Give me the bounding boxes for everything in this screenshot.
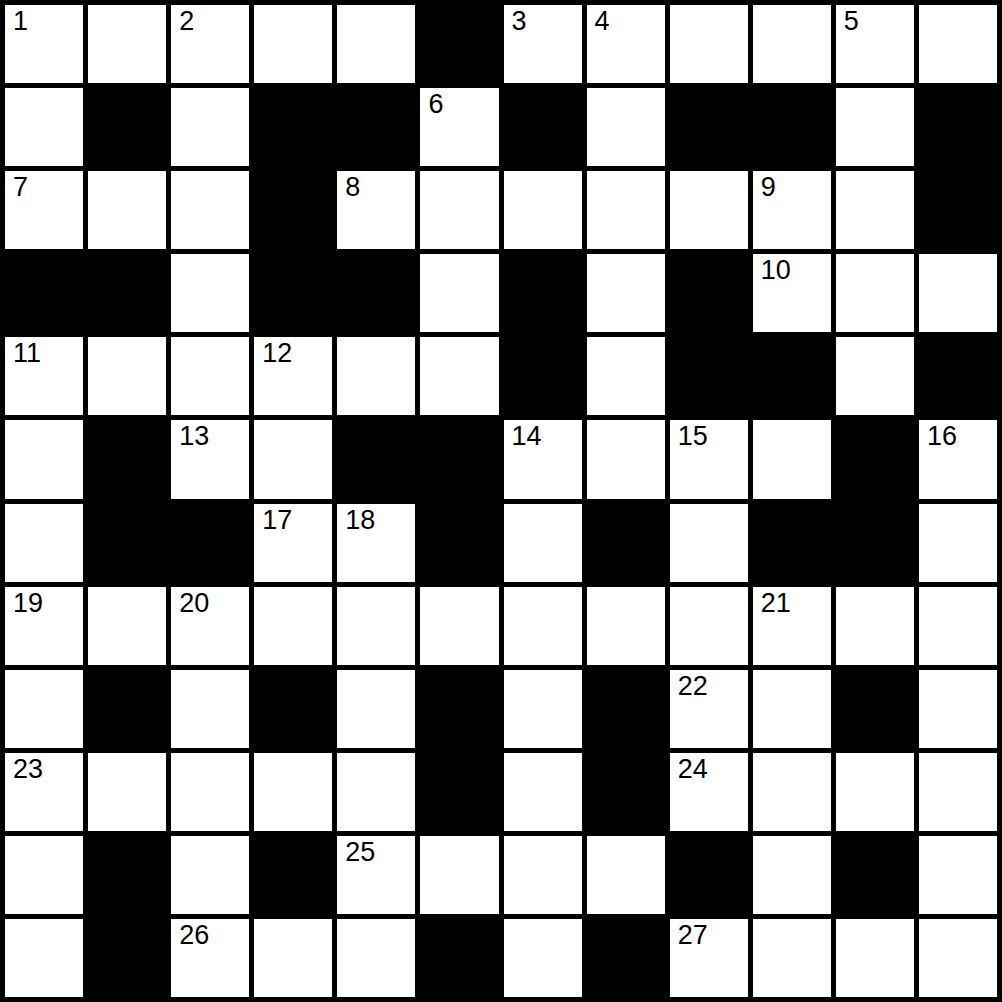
open-cell-r7c2[interactable]: 20 xyxy=(171,587,249,665)
open-cell-r7c10[interactable] xyxy=(836,587,914,665)
open-cell-r6c11[interactable] xyxy=(919,504,997,582)
blocked-cell-r1c9 xyxy=(753,88,831,166)
clue-number-17: 17 xyxy=(262,506,292,536)
open-cell-r10c5[interactable] xyxy=(420,836,498,914)
open-cell-r3c5[interactable] xyxy=(420,254,498,332)
clue-number-12: 12 xyxy=(262,339,292,369)
blocked-cell-r8c1 xyxy=(88,670,166,748)
open-cell-r4c1[interactable] xyxy=(88,337,166,415)
blocked-cell-r8c3 xyxy=(254,670,332,748)
open-cell-r10c4[interactable]: 25 xyxy=(337,836,415,914)
open-cell-r1c5[interactable]: 6 xyxy=(420,88,498,166)
open-cell-r5c7[interactable] xyxy=(587,420,665,498)
clue-number-24: 24 xyxy=(678,755,708,785)
open-cell-r7c8[interactable] xyxy=(670,587,748,665)
open-cell-r2c4[interactable]: 8 xyxy=(337,171,415,249)
blocked-cell-r8c5 xyxy=(420,670,498,748)
blocked-cell-r1c4 xyxy=(337,88,415,166)
clue-number-22: 22 xyxy=(678,672,708,702)
open-cell-r2c8[interactable] xyxy=(670,171,748,249)
open-cell-r1c0[interactable] xyxy=(5,88,83,166)
open-cell-r3c7[interactable] xyxy=(587,254,665,332)
blocked-cell-r0c5 xyxy=(420,5,498,83)
blocked-cell-r1c6 xyxy=(504,88,582,166)
open-cell-r5c8[interactable]: 15 xyxy=(670,420,748,498)
open-cell-r3c10[interactable] xyxy=(836,254,914,332)
clue-number-5: 5 xyxy=(844,7,859,37)
open-cell-r2c7[interactable] xyxy=(587,171,665,249)
blocked-cell-r3c8 xyxy=(670,254,748,332)
open-cell-r11c11[interactable] xyxy=(919,919,997,997)
open-cell-r9c8[interactable]: 24 xyxy=(670,753,748,831)
open-cell-r4c5[interactable] xyxy=(420,337,498,415)
blocked-cell-r2c3 xyxy=(254,171,332,249)
blocked-cell-r6c7 xyxy=(587,504,665,582)
open-cell-r7c9[interactable]: 21 xyxy=(753,587,831,665)
clue-number-9: 9 xyxy=(761,173,776,203)
blocked-cell-r3c0 xyxy=(5,254,83,332)
open-cell-r0c9[interactable] xyxy=(753,5,831,83)
blocked-cell-r9c7 xyxy=(587,753,665,831)
open-cell-r1c10[interactable] xyxy=(836,88,914,166)
blocked-cell-r3c6 xyxy=(504,254,582,332)
open-cell-r2c9[interactable]: 9 xyxy=(753,171,831,249)
open-cell-r2c10[interactable] xyxy=(836,171,914,249)
crossword-grid: 1234567891011121314151617181920212223242… xyxy=(0,0,1002,1002)
open-cell-r9c11[interactable] xyxy=(919,753,997,831)
open-cell-r5c11[interactable]: 16 xyxy=(919,420,997,498)
open-cell-r9c3[interactable] xyxy=(254,753,332,831)
open-cell-r2c5[interactable] xyxy=(420,171,498,249)
blocked-cell-r5c5 xyxy=(420,420,498,498)
blocked-cell-r5c10 xyxy=(836,420,914,498)
blocked-cell-r6c5 xyxy=(420,504,498,582)
open-cell-r0c7[interactable]: 4 xyxy=(587,5,665,83)
open-cell-r5c2[interactable]: 13 xyxy=(171,420,249,498)
open-cell-r7c0[interactable]: 19 xyxy=(5,587,83,665)
open-cell-r7c7[interactable] xyxy=(587,587,665,665)
open-cell-r7c11[interactable] xyxy=(919,587,997,665)
blocked-cell-r1c8 xyxy=(670,88,748,166)
open-cell-r8c8[interactable]: 22 xyxy=(670,670,748,748)
open-cell-r11c8[interactable]: 27 xyxy=(670,919,748,997)
open-cell-r11c10[interactable] xyxy=(836,919,914,997)
clue-number-14: 14 xyxy=(512,422,542,452)
open-cell-r0c2[interactable]: 2 xyxy=(171,5,249,83)
open-cell-r2c1[interactable] xyxy=(88,171,166,249)
open-cell-r0c10[interactable]: 5 xyxy=(836,5,914,83)
open-cell-r7c5[interactable] xyxy=(420,587,498,665)
open-cell-r6c0[interactable] xyxy=(5,504,83,582)
open-cell-r6c3[interactable]: 17 xyxy=(254,504,332,582)
blocked-cell-r10c10 xyxy=(836,836,914,914)
clue-number-27: 27 xyxy=(678,921,708,951)
open-cell-r3c9[interactable]: 10 xyxy=(753,254,831,332)
open-cell-r4c3[interactable]: 12 xyxy=(254,337,332,415)
open-cell-r11c6[interactable] xyxy=(504,919,582,997)
blocked-cell-r6c2 xyxy=(171,504,249,582)
open-cell-r0c8[interactable] xyxy=(670,5,748,83)
open-cell-r11c4[interactable] xyxy=(337,919,415,997)
open-cell-r4c2[interactable] xyxy=(171,337,249,415)
blocked-cell-r11c5 xyxy=(420,919,498,997)
open-cell-r10c2[interactable] xyxy=(171,836,249,914)
open-cell-r7c4[interactable] xyxy=(337,587,415,665)
blocked-cell-r9c5 xyxy=(420,753,498,831)
open-cell-r10c11[interactable] xyxy=(919,836,997,914)
clue-number-19: 19 xyxy=(13,589,43,619)
clue-number-13: 13 xyxy=(179,422,209,452)
open-cell-r9c1[interactable] xyxy=(88,753,166,831)
open-cell-r7c6[interactable] xyxy=(504,587,582,665)
open-cell-r6c4[interactable]: 18 xyxy=(337,504,415,582)
blocked-cell-r11c7 xyxy=(587,919,665,997)
open-cell-r8c6[interactable] xyxy=(504,670,582,748)
open-cell-r5c6[interactable]: 14 xyxy=(504,420,582,498)
blocked-cell-r10c8 xyxy=(670,836,748,914)
open-cell-r0c4[interactable] xyxy=(337,5,415,83)
clue-number-21: 21 xyxy=(761,589,791,619)
blocked-cell-r1c3 xyxy=(254,88,332,166)
open-cell-r5c0[interactable] xyxy=(5,420,83,498)
open-cell-r8c4[interactable] xyxy=(337,670,415,748)
clue-number-20: 20 xyxy=(179,589,209,619)
open-cell-r2c0[interactable]: 7 xyxy=(5,171,83,249)
open-cell-r10c0[interactable] xyxy=(5,836,83,914)
clue-number-10: 10 xyxy=(761,256,791,286)
blocked-cell-r5c4 xyxy=(337,420,415,498)
open-cell-r8c2[interactable] xyxy=(171,670,249,748)
open-cell-r4c10[interactable] xyxy=(836,337,914,415)
open-cell-r4c4[interactable] xyxy=(337,337,415,415)
blocked-cell-r8c10 xyxy=(836,670,914,748)
clue-number-1: 1 xyxy=(13,7,28,37)
clue-number-11: 11 xyxy=(13,339,41,369)
blocked-cell-r4c6 xyxy=(504,337,582,415)
clue-number-7: 7 xyxy=(13,173,28,203)
open-cell-r9c10[interactable] xyxy=(836,753,914,831)
open-cell-r8c9[interactable] xyxy=(753,670,831,748)
blocked-cell-r2c11 xyxy=(919,171,997,249)
blocked-cell-r11c1 xyxy=(88,919,166,997)
blocked-cell-r5c1 xyxy=(88,420,166,498)
blocked-cell-r4c11 xyxy=(919,337,997,415)
clue-number-8: 8 xyxy=(345,173,360,203)
open-cell-r2c2[interactable] xyxy=(171,171,249,249)
open-cell-r10c7[interactable] xyxy=(587,836,665,914)
open-cell-r9c9[interactable] xyxy=(753,753,831,831)
clue-number-6: 6 xyxy=(428,90,443,120)
open-cell-r3c11[interactable] xyxy=(919,254,997,332)
open-cell-r5c9[interactable] xyxy=(753,420,831,498)
clue-number-3: 3 xyxy=(512,7,527,37)
blocked-cell-r8c7 xyxy=(587,670,665,748)
blocked-cell-r3c1 xyxy=(88,254,166,332)
open-cell-r0c3[interactable] xyxy=(254,5,332,83)
open-cell-r8c11[interactable] xyxy=(919,670,997,748)
open-cell-r11c0[interactable] xyxy=(5,919,83,997)
open-cell-r4c0[interactable]: 11 xyxy=(5,337,83,415)
blocked-cell-r6c1 xyxy=(88,504,166,582)
open-cell-r9c0[interactable]: 23 xyxy=(5,753,83,831)
blocked-cell-r1c1 xyxy=(88,88,166,166)
open-cell-r10c6[interactable] xyxy=(504,836,582,914)
open-cell-r6c6[interactable] xyxy=(504,504,582,582)
clue-number-26: 26 xyxy=(179,921,209,951)
open-cell-r2c6[interactable] xyxy=(504,171,582,249)
open-cell-r11c2[interactable]: 26 xyxy=(171,919,249,997)
clue-number-4: 4 xyxy=(595,7,610,37)
open-cell-r5c3[interactable] xyxy=(254,420,332,498)
open-cell-r11c3[interactable] xyxy=(254,919,332,997)
open-cell-r7c3[interactable] xyxy=(254,587,332,665)
open-cell-r9c6[interactable] xyxy=(504,753,582,831)
open-cell-r0c6[interactable]: 3 xyxy=(504,5,582,83)
open-cell-r0c0[interactable]: 1 xyxy=(5,5,83,83)
clue-number-15: 15 xyxy=(678,422,708,452)
open-cell-r3c2[interactable] xyxy=(171,254,249,332)
open-cell-r8c0[interactable] xyxy=(5,670,83,748)
blocked-cell-r6c9 xyxy=(753,504,831,582)
open-cell-r0c1[interactable] xyxy=(88,5,166,83)
open-cell-r9c2[interactable] xyxy=(171,753,249,831)
blocked-cell-r10c3 xyxy=(254,836,332,914)
blocked-cell-r1c11 xyxy=(919,88,997,166)
open-cell-r1c7[interactable] xyxy=(587,88,665,166)
open-cell-r11c9[interactable] xyxy=(753,919,831,997)
open-cell-r1c2[interactable] xyxy=(171,88,249,166)
clue-number-2: 2 xyxy=(179,7,194,37)
blocked-cell-r3c3 xyxy=(254,254,332,332)
clue-number-23: 23 xyxy=(13,755,43,785)
clue-number-25: 25 xyxy=(345,838,375,868)
open-cell-r4c7[interactable] xyxy=(587,337,665,415)
clue-number-16: 16 xyxy=(927,422,957,452)
blocked-cell-r3c4 xyxy=(337,254,415,332)
open-cell-r7c1[interactable] xyxy=(88,587,166,665)
clue-number-18: 18 xyxy=(345,506,375,536)
blocked-cell-r4c9 xyxy=(753,337,831,415)
open-cell-r10c9[interactable] xyxy=(753,836,831,914)
blocked-cell-r10c1 xyxy=(88,836,166,914)
blocked-cell-r6c10 xyxy=(836,504,914,582)
blocked-cell-r4c8 xyxy=(670,337,748,415)
open-cell-r6c8[interactable] xyxy=(670,504,748,582)
open-cell-r0c11[interactable] xyxy=(919,5,997,83)
open-cell-r9c4[interactable] xyxy=(337,753,415,831)
